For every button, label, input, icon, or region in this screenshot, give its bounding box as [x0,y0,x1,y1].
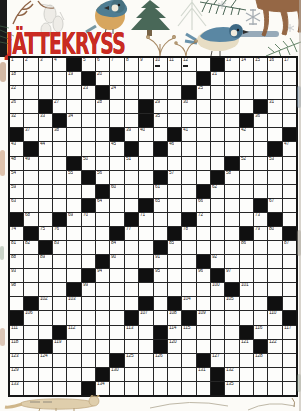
grid-cell[interactable] [225,340,238,353]
grid-cell[interactable] [125,340,138,353]
grid-cell[interactable]: 110 [268,311,281,324]
grid-cell[interactable] [211,128,224,141]
grid-cell[interactable] [240,382,253,395]
grid-cell[interactable] [154,297,167,310]
grid-cell[interactable] [225,142,238,155]
grid-cell[interactable] [254,241,267,254]
grid-cell[interactable] [254,368,267,381]
grid-cell[interactable] [225,255,238,268]
grid-cell[interactable]: 7 [110,58,123,71]
grid-cell[interactable] [96,354,109,367]
grid-cell[interactable] [53,86,66,99]
grid-cell[interactable] [154,227,167,240]
grid-cell[interactable]: 128 [254,354,267,367]
grid-cell[interactable] [168,100,181,113]
grid-cell[interactable]: 27 [53,100,66,113]
grid-cell[interactable] [254,297,267,310]
grid-cell[interactable] [211,241,224,254]
grid-cell[interactable] [154,368,167,381]
grid-cell[interactable] [240,185,253,198]
grid-cell[interactable] [268,354,281,367]
grid-cell[interactable]: 77 [125,227,138,240]
grid-cell[interactable] [240,86,253,99]
grid-cell[interactable]: 72 [197,213,210,226]
grid-cell[interactable] [168,157,181,170]
grid-cell[interactable]: 56 [96,171,109,184]
grid-cell[interactable]: 106 [24,311,37,324]
grid-cell[interactable] [211,297,224,310]
grid-cell[interactable]: 125 [125,354,138,367]
grid-cell[interactable] [211,86,224,99]
grid-cell[interactable] [96,241,109,254]
grid-cell[interactable] [254,185,267,198]
grid-cell[interactable] [24,269,37,282]
grid-cell[interactable]: 2 [24,58,37,71]
grid-cell[interactable]: 74 [10,227,23,240]
grid-cell[interactable] [67,269,80,282]
grid-cell[interactable]: 102 [39,297,52,310]
grid-cell[interactable] [82,340,95,353]
grid-cell[interactable] [53,171,66,184]
grid-cell[interactable] [139,142,152,155]
grid-cell[interactable]: 9 [139,58,152,71]
grid-cell[interactable]: 112 [67,326,80,339]
grid-cell[interactable]: 124 [39,354,52,367]
grid-cell[interactable]: 71 [139,213,152,226]
grid-cell[interactable] [225,128,238,141]
grid-cell[interactable] [110,199,123,212]
grid-cell[interactable] [182,269,195,282]
grid-cell[interactable] [24,283,37,296]
grid-cell[interactable]: 13 [225,58,238,71]
grid-cell[interactable]: 129 [10,368,23,381]
grid-cell[interactable]: 61 [154,185,167,198]
grid-cell[interactable] [53,311,66,324]
grid-cell[interactable] [154,128,167,141]
grid-cell[interactable] [283,269,296,282]
grid-cell[interactable] [283,114,296,127]
grid-cell[interactable]: 120 [168,340,181,353]
grid-cell[interactable]: 47 [283,142,296,155]
grid-cell[interactable] [225,241,238,254]
grid-cell[interactable] [197,382,210,395]
grid-cell[interactable]: 28 [96,100,109,113]
grid-cell[interactable] [168,283,181,296]
grid-cell[interactable] [197,114,210,127]
grid-cell[interactable]: 16 [268,58,281,71]
grid-cell[interactable]: 83 [53,241,66,254]
grid-cell[interactable]: 108 [168,311,181,324]
grid-cell[interactable]: 62 [211,185,224,198]
grid-cell[interactable] [139,171,152,184]
grid-cell[interactable]: 107 [139,311,152,324]
grid-cell[interactable] [96,157,109,170]
grid-cell[interactable] [96,128,109,141]
grid-cell[interactable]: 54 [10,171,23,184]
grid-cell[interactable]: 91 [154,255,167,268]
grid-cell[interactable] [67,100,80,113]
grid-cell[interactable] [110,269,123,282]
grid-cell[interactable] [225,100,238,113]
grid-cell[interactable]: 19 [67,72,80,85]
grid-cell[interactable]: 39 [125,128,138,141]
grid-cell[interactable] [254,283,267,296]
grid-cell[interactable] [240,100,253,113]
grid-cell[interactable] [139,382,152,395]
grid-cell[interactable] [125,255,138,268]
grid-cell[interactable]: 45 [110,142,123,155]
grid-cell[interactable] [240,297,253,310]
grid-cell[interactable] [53,283,66,296]
grid-cell[interactable] [154,86,167,99]
grid-cell[interactable]: 10 [154,58,167,71]
grid-cell[interactable]: 48 [10,157,23,170]
grid-cell[interactable] [197,340,210,353]
grid-cell[interactable] [24,185,37,198]
grid-cell[interactable] [211,157,224,170]
grid-cell[interactable]: 25 [197,86,210,99]
grid-cell[interactable]: 6 [96,58,109,71]
grid-cell[interactable] [82,100,95,113]
grid-cell[interactable]: 79 [254,227,267,240]
grid-cell[interactable] [211,213,224,226]
grid-cell[interactable] [197,241,210,254]
grid-cell[interactable] [96,227,109,240]
grid-cell[interactable] [53,255,66,268]
grid-cell[interactable] [225,72,238,85]
grid-cell[interactable]: 69 [67,213,80,226]
grid-cell[interactable] [139,185,152,198]
grid-cell[interactable] [125,241,138,254]
grid-cell[interactable] [283,255,296,268]
grid-cell[interactable] [96,340,109,353]
grid-cell[interactable] [240,255,253,268]
grid-cell[interactable] [67,185,80,198]
grid-cell[interactable] [240,354,253,367]
grid-cell[interactable] [268,368,281,381]
grid-cell[interactable]: 109 [197,311,210,324]
grid-cell[interactable] [197,326,210,339]
grid-cell[interactable] [182,283,195,296]
grid-cell[interactable]: 80 [268,227,281,240]
grid-cell[interactable]: 97 [225,269,238,282]
grid-cell[interactable]: 33 [39,114,52,127]
grid-cell[interactable]: 123 [10,354,23,367]
grid-cell[interactable] [39,311,52,324]
grid-cell[interactable] [268,128,281,141]
grid-cell[interactable] [39,269,52,282]
grid-cell[interactable]: 14 [240,58,253,71]
grid-cell[interactable] [154,283,167,296]
grid-cell[interactable] [67,227,80,240]
grid-cell[interactable] [225,199,238,212]
grid-cell[interactable]: 46 [168,142,181,155]
grid-cell[interactable] [139,368,152,381]
grid-cell[interactable] [268,326,281,339]
grid-cell[interactable]: 76 [53,227,66,240]
grid-cell[interactable] [82,326,95,339]
grid-cell[interactable]: 49 [24,157,37,170]
grid-cell[interactable] [10,297,23,310]
grid-cell[interactable] [211,100,224,113]
grid-cell[interactable] [240,171,253,184]
grid-cell[interactable] [254,128,267,141]
grid-cell[interactable] [82,311,95,324]
grid-cell[interactable] [283,213,296,226]
grid-cell[interactable] [139,255,152,268]
grid-cell[interactable]: 36 [254,114,267,127]
grid-cell[interactable] [283,185,296,198]
grid-cell[interactable] [211,311,224,324]
grid-cell[interactable]: 94 [96,269,109,282]
grid-cell[interactable] [168,382,181,395]
grid-cell[interactable] [110,297,123,310]
grid-cell[interactable]: 3 [39,58,52,71]
grid-cell[interactable] [254,86,267,99]
grid-cell[interactable]: 87 [283,241,296,254]
grid-cell[interactable] [283,354,296,367]
grid-cell[interactable] [139,72,152,85]
grid-cell[interactable] [139,283,152,296]
grid-cell[interactable] [53,185,66,198]
grid-cell[interactable] [268,283,281,296]
grid-cell[interactable]: 18 [10,72,23,85]
grid-cell[interactable] [82,185,95,198]
grid-cell[interactable] [39,86,52,99]
grid-cell[interactable] [240,368,253,381]
grid-cell[interactable] [125,368,138,381]
grid-cell[interactable] [125,382,138,395]
grid-cell[interactable] [96,213,109,226]
grid-cell[interactable] [268,185,281,198]
grid-cell[interactable] [53,199,66,212]
grid-cell[interactable] [182,382,195,395]
grid-cell[interactable] [240,72,253,85]
grid-cell[interactable]: 122 [268,340,281,353]
grid-cell[interactable] [268,114,281,127]
grid-cell[interactable]: 82 [24,241,37,254]
grid-cell[interactable] [211,227,224,240]
grid-cell[interactable] [53,142,66,155]
grid-cell[interactable] [53,368,66,381]
grid-cell[interactable] [197,142,210,155]
grid-cell[interactable] [96,311,109,324]
grid-cell[interactable] [240,269,253,282]
grid-cell[interactable]: 86 [240,241,253,254]
grid-cell[interactable] [197,100,210,113]
grid-cell[interactable] [67,340,80,353]
grid-cell[interactable] [39,199,52,212]
grid-cell[interactable]: 119 [53,340,66,353]
grid-cell[interactable] [24,368,37,381]
grid-cell[interactable] [254,72,267,85]
grid-cell[interactable]: 63 [10,199,23,212]
grid-cell[interactable]: 133 [10,382,23,395]
grid-cell[interactable] [125,114,138,127]
grid-cell[interactable]: 44 [39,142,52,155]
grid-cell[interactable] [254,142,267,155]
grid-cell[interactable] [197,283,210,296]
grid-cell[interactable] [268,86,281,99]
grid-cell[interactable]: 73 [254,213,267,226]
grid-cell[interactable] [182,171,195,184]
grid-cell[interactable]: 84 [110,241,123,254]
grid-cell[interactable] [24,171,37,184]
grid-cell[interactable] [139,227,152,240]
grid-cell[interactable]: 17 [283,58,296,71]
grid-cell[interactable]: 57 [168,171,181,184]
grid-cell[interactable]: 24 [110,86,123,99]
grid-cell[interactable] [39,157,52,170]
grid-cell[interactable] [82,114,95,127]
grid-cell[interactable] [168,199,181,212]
grid-cell[interactable] [240,199,253,212]
grid-cell[interactable] [283,283,296,296]
grid-cell[interactable]: 60 [110,185,123,198]
grid-cell[interactable]: 88 [10,255,23,268]
grid-cell[interactable]: 92 [211,255,224,268]
grid-cell[interactable]: 95 [154,269,167,282]
grid-cell[interactable] [240,142,253,155]
grid-cell[interactable] [24,114,37,127]
grid-cell[interactable] [125,269,138,282]
grid-cell[interactable] [182,72,195,85]
grid-cell[interactable] [211,114,224,127]
grid-cell[interactable]: 40 [139,128,152,141]
grid-cell[interactable]: 43 [10,142,23,155]
grid-cell[interactable]: 4 [53,58,66,71]
grid-cell[interactable]: 90 [110,255,123,268]
grid-cell[interactable] [168,185,181,198]
grid-cell[interactable] [24,354,37,367]
grid-cell[interactable] [240,213,253,226]
grid-cell[interactable] [24,326,37,339]
grid-cell[interactable] [125,199,138,212]
grid-cell[interactable]: 50 [82,157,95,170]
grid-cell[interactable] [82,241,95,254]
grid-cell[interactable]: 59 [10,185,23,198]
grid-cell[interactable] [182,185,195,198]
grid-cell[interactable]: 114 [168,326,181,339]
grid-cell[interactable] [254,269,267,282]
grid-cell[interactable] [139,241,152,254]
grid-cell[interactable] [67,311,80,324]
grid-cell[interactable] [283,86,296,99]
grid-cell[interactable] [283,368,296,381]
grid-cell[interactable] [154,157,167,170]
grid-cell[interactable] [197,58,210,71]
grid-cell[interactable] [67,255,80,268]
grid-cell[interactable]: 64 [96,199,109,212]
grid-cell[interactable] [96,142,109,155]
grid-cell[interactable] [125,297,138,310]
grid-cell[interactable] [67,382,80,395]
grid-cell[interactable]: 96 [197,269,210,282]
grid-cell[interactable] [53,382,66,395]
grid-cell[interactable] [110,311,123,324]
grid-cell[interactable] [283,297,296,310]
grid-cell[interactable] [125,171,138,184]
grid-cell[interactable]: 131 [197,368,210,381]
grid-cell[interactable] [125,72,138,85]
grid-cell[interactable]: 30 [182,100,195,113]
grid-cell[interactable] [225,185,238,198]
grid-cell[interactable]: 104 [182,297,195,310]
grid-cell[interactable] [110,157,123,170]
grid-cell[interactable] [268,72,281,85]
grid-cell[interactable] [110,326,123,339]
grid-cell[interactable] [139,340,152,353]
grid-cell[interactable] [182,199,195,212]
grid-cell[interactable] [39,72,52,85]
grid-cell[interactable] [182,114,195,127]
grid-cell[interactable]: 89 [39,255,52,268]
grid-cell[interactable] [39,213,52,226]
grid-cell[interactable] [110,114,123,127]
grid-cell[interactable]: 51 [125,157,138,170]
grid-cell[interactable] [24,199,37,212]
grid-cell[interactable]: 78 [182,227,195,240]
grid-cell[interactable]: 132 [225,368,238,381]
grid-cell[interactable] [154,213,167,226]
grid-cell[interactable] [110,100,123,113]
grid-cell[interactable]: 105 [225,297,238,310]
grid-cell[interactable] [211,326,224,339]
grid-cell[interactable]: 52 [240,157,253,170]
grid-cell[interactable]: 26 [10,100,23,113]
grid-cell[interactable] [139,354,152,367]
grid-cell[interactable]: 34 [67,114,80,127]
grid-cell[interactable] [110,340,123,353]
grid-cell[interactable] [168,86,181,99]
grid-cell[interactable]: 15 [254,58,267,71]
grid-cell[interactable] [67,142,80,155]
grid-cell[interactable]: 65 [154,199,167,212]
grid-cell[interactable]: 41 [182,128,195,141]
grid-cell[interactable] [24,255,37,268]
grid-cell[interactable]: 58 [225,171,238,184]
grid-cell[interactable] [268,382,281,395]
grid-cell[interactable] [168,368,181,381]
grid-cell[interactable] [182,241,195,254]
grid-cell[interactable] [96,283,109,296]
grid-cell[interactable] [197,128,210,141]
grid-cell[interactable]: 8 [125,58,138,71]
grid-cell[interactable]: 67 [268,199,281,212]
grid-cell[interactable]: 66 [197,199,210,212]
grid-cell[interactable] [24,86,37,99]
grid-cell[interactable] [225,213,238,226]
grid-cell[interactable]: 98 [10,283,23,296]
grid-cell[interactable] [24,340,37,353]
grid-cell[interactable] [67,128,80,141]
grid-cell[interactable]: 75 [39,227,52,240]
grid-cell[interactable]: 127 [211,354,224,367]
grid-cell[interactable] [283,100,296,113]
grid-cell[interactable] [139,86,152,99]
grid-cell[interactable] [53,72,66,85]
grid-cell[interactable] [154,72,167,85]
grid-cell[interactable]: 103 [67,297,80,310]
grid-cell[interactable]: 121 [240,340,253,353]
grid-cell[interactable] [254,311,267,324]
grid-cell[interactable]: 42 [240,128,253,141]
grid-cell[interactable] [82,227,95,240]
grid-cell[interactable]: 93 [10,269,23,282]
grid-cell[interactable] [53,354,66,367]
grid-cell[interactable]: 38 [53,128,66,141]
grid-cell[interactable] [254,171,267,184]
